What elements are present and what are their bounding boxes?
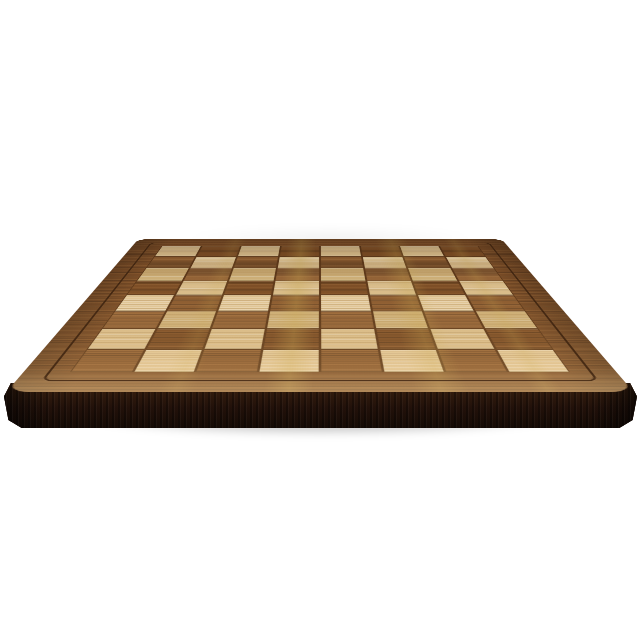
board-grid [70,246,571,372]
square-e3[interactable] [321,311,373,328]
square-h2[interactable] [485,329,552,348]
square-a1[interactable] [71,350,143,372]
square-e6[interactable] [321,268,365,280]
square-h5[interactable] [459,281,513,295]
square-d7[interactable] [277,257,319,268]
square-c7[interactable] [234,257,278,268]
square-b2[interactable] [146,329,209,348]
square-h7[interactable] [445,257,493,268]
square-f6[interactable] [365,268,411,280]
square-a4[interactable] [116,295,174,310]
square-c8[interactable] [238,246,280,256]
square-g2[interactable] [431,329,494,348]
square-g7[interactable] [404,257,450,268]
square-d4[interactable] [270,295,319,310]
square-h1[interactable] [496,350,568,372]
square-b4[interactable] [167,295,222,310]
square-c5[interactable] [224,281,273,295]
square-b5[interactable] [176,281,227,295]
square-g3[interactable] [424,311,483,328]
square-c3[interactable] [212,311,268,328]
square-f7[interactable] [362,257,406,268]
square-a2[interactable] [88,329,155,348]
square-g5[interactable] [413,281,464,295]
square-f8[interactable] [360,246,402,256]
square-f4[interactable] [370,295,422,310]
perspective-scene [0,0,640,640]
square-e2[interactable] [321,329,377,348]
square-f5[interactable] [367,281,416,295]
square-f1[interactable] [380,350,444,372]
square-c6[interactable] [229,268,275,280]
square-g6[interactable] [408,268,456,280]
square-h4[interactable] [467,295,525,310]
square-h6[interactable] [452,268,503,280]
square-b3[interactable] [157,311,216,328]
square-d8[interactable] [279,246,319,256]
square-c1[interactable] [196,350,260,372]
square-a6[interactable] [137,268,188,280]
square-e8[interactable] [321,246,361,256]
square-f2[interactable] [376,329,435,348]
square-d6[interactable] [275,268,319,280]
square-d3[interactable] [267,311,319,328]
chessboard[interactable] [6,239,633,392]
square-g8[interactable] [400,246,443,256]
square-d1[interactable] [259,350,319,372]
square-e5[interactable] [321,281,367,295]
square-e7[interactable] [321,257,363,268]
square-c4[interactable] [218,295,270,310]
square-g4[interactable] [418,295,473,310]
square-d2[interactable] [263,329,319,348]
square-b1[interactable] [134,350,202,372]
square-a5[interactable] [127,281,181,295]
square-h8[interactable] [440,246,485,256]
square-e1[interactable] [321,350,381,372]
square-a3[interactable] [103,311,165,328]
square-e4[interactable] [321,295,370,310]
square-b7[interactable] [190,257,236,268]
square-f3[interactable] [373,311,429,328]
square-b6[interactable] [183,268,231,280]
square-a7[interactable] [147,257,195,268]
square-a8[interactable] [155,246,200,256]
square-d5[interactable] [273,281,319,295]
square-c2[interactable] [205,329,264,348]
square-h3[interactable] [475,311,537,328]
scene-background [0,0,640,640]
square-g1[interactable] [438,350,506,372]
square-b8[interactable] [196,246,239,256]
